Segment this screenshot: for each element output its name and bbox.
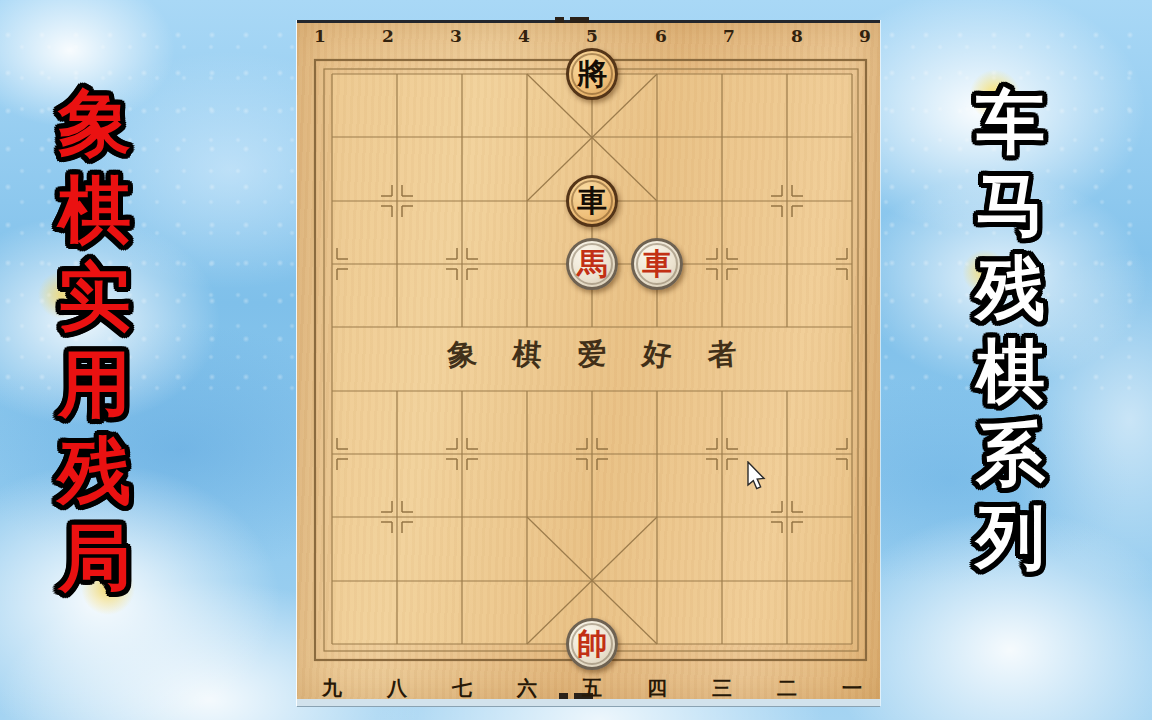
- xiangqi-app-window: 123456789九八七六五四三二一象棋爱好者將車馬車帥: [297, 20, 880, 706]
- file-label-bottom-八: 八: [387, 675, 407, 702]
- file-label-bottom-三: 三: [712, 675, 732, 702]
- file-label-bottom-九: 九: [322, 675, 342, 702]
- file-label-bottom-七: 七: [452, 675, 472, 702]
- river-watermark-char: 者: [706, 334, 738, 376]
- banner-right-char: 残: [976, 254, 1045, 323]
- file-label-top-4: 4: [518, 26, 530, 46]
- banner-left-char: 局: [58, 521, 131, 594]
- banner-right-title: 车马残棋系列: [976, 88, 1045, 572]
- banner-left-char: 棋: [58, 173, 131, 246]
- piece-black-chariot[interactable]: 車: [566, 175, 618, 227]
- banner-right-char: 车: [976, 88, 1045, 157]
- board-surface[interactable]: 123456789九八七六五四三二一象棋爱好者將車馬車帥: [297, 23, 880, 699]
- banner-right-char: 马: [976, 171, 1045, 240]
- file-label-top-1: 1: [314, 26, 326, 46]
- file-label-bottom-一: 一: [842, 675, 862, 702]
- file-label-top-7: 7: [723, 26, 735, 46]
- banner-right-char: 列: [976, 503, 1045, 572]
- file-label-top-5: 5: [586, 26, 598, 46]
- file-label-top-2: 2: [382, 26, 394, 46]
- banner-left-char: 实: [58, 260, 131, 333]
- river-watermark-char: 棋: [511, 334, 543, 376]
- file-label-bottom-四: 四: [647, 675, 667, 702]
- river-watermark-char: 爱: [576, 334, 607, 375]
- river-watermark-char: 象: [445, 334, 478, 377]
- file-label-top-8: 8: [791, 26, 803, 46]
- banner-left-char: 残: [58, 434, 131, 507]
- banner-left-title: 象棋实用残局: [58, 86, 131, 594]
- file-label-top-6: 6: [655, 26, 667, 46]
- mouse-cursor: [746, 461, 768, 491]
- file-label-bottom-五: 五: [582, 675, 602, 702]
- banner-right-char: 系: [976, 420, 1045, 489]
- piece-black-general[interactable]: 將: [566, 48, 618, 100]
- river-watermark-char: 好: [640, 333, 674, 376]
- banner-right-char: 棋: [976, 337, 1045, 406]
- file-label-bottom-六: 六: [517, 675, 537, 702]
- banner-left-char: 用: [58, 347, 131, 420]
- piece-red-general[interactable]: 帥: [566, 618, 618, 670]
- banner-left-char: 象: [58, 86, 131, 159]
- file-label-bottom-二: 二: [777, 675, 797, 702]
- file-label-top-9: 9: [859, 26, 871, 46]
- piece-red-horse[interactable]: 馬: [566, 238, 618, 290]
- piece-red-chariot[interactable]: 車: [631, 238, 683, 290]
- file-label-top-3: 3: [450, 26, 462, 46]
- window-bottom-strip: [297, 699, 880, 707]
